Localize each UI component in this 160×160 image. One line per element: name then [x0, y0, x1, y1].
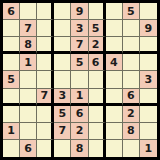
cell-r6c8-given: 6 — [123, 89, 140, 106]
cell-r4c1[interactable] — [3, 54, 20, 71]
cell-r6c9[interactable] — [140, 89, 157, 106]
cell-r6c7[interactable] — [106, 89, 123, 106]
cell-r4c5-given: 5 — [71, 54, 88, 71]
cell-r4c6-given: 6 — [89, 54, 106, 71]
cell-r7c7[interactable] — [106, 106, 123, 123]
cell-r3c7[interactable] — [106, 37, 123, 54]
cell-r4c4[interactable] — [54, 54, 71, 71]
cell-r7c2[interactable] — [20, 106, 37, 123]
cell-r3c9[interactable] — [140, 37, 157, 54]
cell-r3c5-given: 7 — [71, 37, 88, 54]
cell-r2c3[interactable] — [37, 20, 54, 37]
cell-r1c7[interactable] — [106, 3, 123, 20]
cell-r9c2-given: 6 — [20, 140, 37, 157]
cell-r6c3-given: 7 — [37, 89, 54, 106]
cell-r9c8[interactable] — [123, 140, 140, 157]
cell-r5c5[interactable] — [71, 71, 88, 88]
cell-r4c9[interactable] — [140, 54, 157, 71]
cell-r7c6[interactable] — [89, 106, 106, 123]
cell-r2c2-given: 7 — [20, 20, 37, 37]
cell-r4c8[interactable] — [123, 54, 140, 71]
cell-r2c9-given: 9 — [140, 20, 157, 37]
cell-r3c2-given: 8 — [20, 37, 37, 54]
cell-r3c6-given: 2 — [89, 37, 106, 54]
cell-r2c1[interactable] — [3, 20, 20, 37]
cell-r8c8-given: 8 — [123, 123, 140, 140]
cell-r2c4[interactable] — [54, 20, 71, 37]
cell-r5c8[interactable] — [123, 71, 140, 88]
cell-r2c7[interactable] — [106, 20, 123, 37]
cell-r1c1-given: 6 — [3, 3, 20, 20]
cell-r9c1[interactable] — [3, 140, 20, 157]
cell-r8c9[interactable] — [140, 123, 157, 140]
cell-r7c8-given: 2 — [123, 106, 140, 123]
cell-r5c3[interactable] — [37, 71, 54, 88]
cell-r5c9-given: 3 — [140, 71, 157, 88]
cell-r1c8-given: 5 — [123, 3, 140, 20]
cell-r1c3[interactable] — [37, 3, 54, 20]
cell-r1c6[interactable] — [89, 3, 106, 20]
cell-r3c3[interactable] — [37, 37, 54, 54]
cell-r7c1[interactable] — [3, 106, 20, 123]
cell-r2c5-given: 3 — [71, 20, 88, 37]
cell-r8c7[interactable] — [106, 123, 123, 140]
cell-r8c3[interactable] — [37, 123, 54, 140]
cell-r8c6[interactable] — [89, 123, 106, 140]
cell-r9c7[interactable] — [106, 140, 123, 157]
cell-r6c1[interactable] — [3, 89, 20, 106]
cell-r5c6[interactable] — [89, 71, 106, 88]
cell-r1c4[interactable] — [54, 3, 71, 20]
cell-r9c4[interactable] — [54, 140, 71, 157]
cell-r2c6-given: 5 — [89, 20, 106, 37]
cell-r4c7-given: 4 — [106, 54, 123, 71]
cell-r9c6[interactable] — [89, 140, 106, 157]
sudoku-board: 695735987215645373165621728681 — [3, 3, 157, 157]
cell-r6c4-given: 3 — [54, 89, 71, 106]
cell-r5c1-given: 5 — [3, 71, 20, 88]
cell-r8c4-given: 7 — [54, 123, 71, 140]
cell-r3c4[interactable] — [54, 37, 71, 54]
cell-r5c7[interactable] — [106, 71, 123, 88]
cell-r1c5-given: 9 — [71, 3, 88, 20]
cell-r6c5-given: 1 — [71, 89, 88, 106]
cell-r3c1[interactable] — [3, 37, 20, 54]
cell-r2c8[interactable] — [123, 20, 140, 37]
cell-r4c3[interactable] — [37, 54, 54, 71]
cell-r6c2[interactable] — [20, 89, 37, 106]
cell-r5c2[interactable] — [20, 71, 37, 88]
cell-r3c8[interactable] — [123, 37, 140, 54]
cell-r1c9[interactable] — [140, 3, 157, 20]
cell-r4c2-given: 1 — [20, 54, 37, 71]
cell-r9c3[interactable] — [37, 140, 54, 157]
cell-r7c4-given: 5 — [54, 106, 71, 123]
cell-r8c1-given: 1 — [3, 123, 20, 140]
cell-r7c5-given: 6 — [71, 106, 88, 123]
sudoku-board-frame: 695735987215645373165621728681 — [0, 0, 160, 160]
cell-r1c2[interactable] — [20, 3, 37, 20]
cell-r7c3[interactable] — [37, 106, 54, 123]
cell-r6c6[interactable] — [89, 89, 106, 106]
cell-r8c5-given: 2 — [71, 123, 88, 140]
cell-r9c5-given: 8 — [71, 140, 88, 157]
cell-r5c4[interactable] — [54, 71, 71, 88]
cell-r8c2[interactable] — [20, 123, 37, 140]
cell-r9c9-given: 1 — [140, 140, 157, 157]
cell-r7c9[interactable] — [140, 106, 157, 123]
